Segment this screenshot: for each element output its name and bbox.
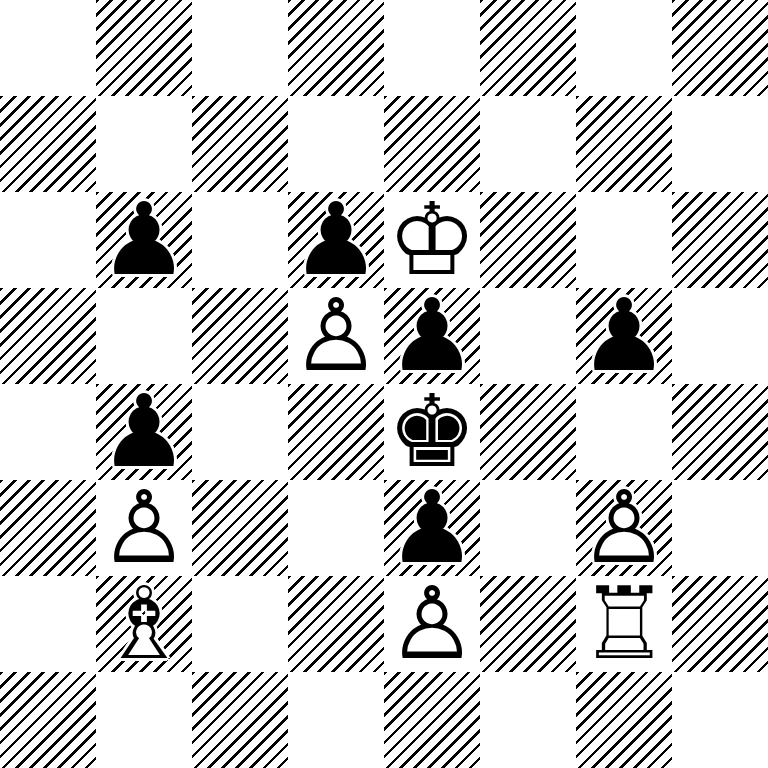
square-f3[interactable]: [480, 480, 576, 576]
square-g4[interactable]: [576, 384, 672, 480]
square-h6[interactable]: [672, 192, 768, 288]
black-pawn-halo: ♟: [384, 480, 480, 576]
square-f2[interactable]: [480, 576, 576, 672]
square-g2[interactable]: ♜♖: [576, 576, 672, 672]
square-b1[interactable]: [96, 672, 192, 768]
square-b6[interactable]: ♟♟: [96, 192, 192, 288]
square-g3[interactable]: ♟♙: [576, 480, 672, 576]
chess-board: ♟♟♟♟♚♔♟♙♟♟♟♟♟♟♚♚♟♙♟♟♟♙♝♗♟♙♜♖: [0, 0, 768, 768]
square-f7[interactable]: [480, 96, 576, 192]
white-bishop-icon: ♗: [96, 576, 192, 672]
square-e2[interactable]: ♟♙: [384, 576, 480, 672]
white-pawn-icon: ♙: [384, 576, 480, 672]
square-b5[interactable]: [96, 288, 192, 384]
square-d2[interactable]: [288, 576, 384, 672]
square-h3[interactable]: [672, 480, 768, 576]
square-e5[interactable]: ♟♟: [384, 288, 480, 384]
square-f6[interactable]: [480, 192, 576, 288]
square-a8[interactable]: [0, 0, 96, 96]
square-f4[interactable]: [480, 384, 576, 480]
square-e7[interactable]: [384, 96, 480, 192]
square-h2[interactable]: [672, 576, 768, 672]
square-a1[interactable]: [0, 672, 96, 768]
square-d3[interactable]: [288, 480, 384, 576]
square-d4[interactable]: [288, 384, 384, 480]
square-c2[interactable]: [192, 576, 288, 672]
square-a6[interactable]: [0, 192, 96, 288]
white-pawn-halo: ♟: [576, 480, 672, 576]
square-a5[interactable]: [0, 288, 96, 384]
square-e3[interactable]: ♟♟: [384, 480, 480, 576]
white-pawn-icon: ♙: [288, 288, 384, 384]
square-a3[interactable]: [0, 480, 96, 576]
square-g6[interactable]: [576, 192, 672, 288]
black-king-icon: ♚: [384, 384, 480, 480]
black-king-halo: ♚: [384, 384, 480, 480]
white-pawn-halo: ♟: [384, 576, 480, 672]
black-pawn-icon: ♟: [96, 384, 192, 480]
square-d8[interactable]: [288, 0, 384, 96]
square-b3[interactable]: ♟♙: [96, 480, 192, 576]
square-d1[interactable]: [288, 672, 384, 768]
square-a7[interactable]: [0, 96, 96, 192]
square-c8[interactable]: [192, 0, 288, 96]
black-pawn-halo: ♟: [384, 288, 480, 384]
black-pawn-halo: ♟: [576, 288, 672, 384]
square-d7[interactable]: [288, 96, 384, 192]
square-c1[interactable]: [192, 672, 288, 768]
white-rook-halo: ♜: [576, 576, 672, 672]
square-c7[interactable]: [192, 96, 288, 192]
white-pawn-icon: ♙: [576, 480, 672, 576]
white-bishop-halo: ♝: [96, 576, 192, 672]
square-e1[interactable]: [384, 672, 480, 768]
square-h1[interactable]: [672, 672, 768, 768]
black-pawn-icon: ♟: [384, 480, 480, 576]
square-b4[interactable]: ♟♟: [96, 384, 192, 480]
square-h8[interactable]: [672, 0, 768, 96]
square-c6[interactable]: [192, 192, 288, 288]
square-b8[interactable]: [96, 0, 192, 96]
white-rook-icon: ♖: [576, 576, 672, 672]
square-b7[interactable]: [96, 96, 192, 192]
square-a4[interactable]: [0, 384, 96, 480]
square-g7[interactable]: [576, 96, 672, 192]
square-h5[interactable]: [672, 288, 768, 384]
white-pawn-halo: ♟: [288, 288, 384, 384]
square-c5[interactable]: [192, 288, 288, 384]
square-e4[interactable]: ♚♚: [384, 384, 480, 480]
white-pawn-halo: ♟: [96, 480, 192, 576]
black-pawn-icon: ♟: [384, 288, 480, 384]
black-pawn-halo: ♟: [96, 384, 192, 480]
square-f1[interactable]: [480, 672, 576, 768]
square-g1[interactable]: [576, 672, 672, 768]
square-e8[interactable]: [384, 0, 480, 96]
square-h4[interactable]: [672, 384, 768, 480]
square-c4[interactable]: [192, 384, 288, 480]
black-pawn-halo: ♟: [96, 192, 192, 288]
black-pawn-icon: ♟: [96, 192, 192, 288]
black-pawn-icon: ♟: [576, 288, 672, 384]
square-b2[interactable]: ♝♗: [96, 576, 192, 672]
square-d5[interactable]: ♟♙: [288, 288, 384, 384]
black-pawn-halo: ♟: [288, 192, 384, 288]
square-a2[interactable]: [0, 576, 96, 672]
square-f5[interactable]: [480, 288, 576, 384]
square-g5[interactable]: ♟♟: [576, 288, 672, 384]
black-pawn-icon: ♟: [288, 192, 384, 288]
white-king-icon: ♔: [384, 192, 480, 288]
square-e6[interactable]: ♚♔: [384, 192, 480, 288]
white-king-halo: ♚: [384, 192, 480, 288]
square-f8[interactable]: [480, 0, 576, 96]
white-pawn-icon: ♙: [96, 480, 192, 576]
square-g8[interactable]: [576, 0, 672, 96]
square-c3[interactable]: [192, 480, 288, 576]
square-d6[interactable]: ♟♟: [288, 192, 384, 288]
square-h7[interactable]: [672, 96, 768, 192]
